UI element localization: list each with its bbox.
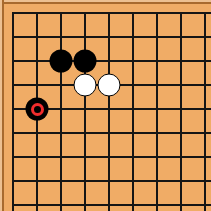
board-intersection[interactable] xyxy=(73,145,97,169)
board-intersection[interactable] xyxy=(97,169,121,193)
board-intersection[interactable] xyxy=(145,73,169,97)
board-intersection[interactable] xyxy=(1,49,25,73)
board-intersection[interactable] xyxy=(49,73,73,97)
board-intersection[interactable] xyxy=(193,73,211,97)
board-intersection[interactable] xyxy=(169,25,193,49)
board-intersection[interactable] xyxy=(193,25,211,49)
board-intersection[interactable]: ○ xyxy=(73,73,97,97)
board-intersection[interactable] xyxy=(49,145,73,169)
board-intersection[interactable] xyxy=(25,121,49,145)
board-intersection[interactable] xyxy=(97,25,121,49)
board-intersection[interactable]: ● xyxy=(73,49,97,73)
black-stone: ● xyxy=(74,50,97,73)
board-intersection[interactable] xyxy=(97,193,121,211)
board-edge-line-left xyxy=(2,0,4,211)
board-intersection[interactable]: ● xyxy=(49,49,73,73)
board-intersection[interactable] xyxy=(25,25,49,49)
board-intersection[interactable] xyxy=(1,145,25,169)
board-intersection[interactable]: ● xyxy=(25,97,49,121)
board-intersection[interactable] xyxy=(121,49,145,73)
board-intersection[interactable] xyxy=(193,193,211,211)
board-intersection[interactable] xyxy=(97,1,121,25)
board-intersection[interactable] xyxy=(121,193,145,211)
board-intersection[interactable] xyxy=(1,73,25,97)
board-intersection[interactable] xyxy=(97,145,121,169)
board-intersection[interactable] xyxy=(145,1,169,25)
white-stone: ○ xyxy=(74,74,97,97)
board-intersection[interactable] xyxy=(49,169,73,193)
board-intersection[interactable] xyxy=(121,1,145,25)
board-intersection[interactable] xyxy=(1,97,25,121)
board-intersection[interactable] xyxy=(25,49,49,73)
board-intersection[interactable]: ○ xyxy=(97,73,121,97)
board-intersection[interactable] xyxy=(73,25,97,49)
board-intersection[interactable] xyxy=(1,193,25,211)
board-intersection[interactable] xyxy=(121,121,145,145)
board-intersection[interactable] xyxy=(49,97,73,121)
board-intersection[interactable] xyxy=(73,97,97,121)
board-intersection[interactable] xyxy=(97,121,121,145)
board-intersection[interactable] xyxy=(169,169,193,193)
board-intersection[interactable] xyxy=(97,97,121,121)
board-intersection[interactable] xyxy=(145,169,169,193)
board-intersection[interactable] xyxy=(169,1,193,25)
black-stone: ● xyxy=(26,98,49,121)
board-intersection[interactable] xyxy=(145,49,169,73)
board-intersection[interactable] xyxy=(121,25,145,49)
circle-marker-icon xyxy=(31,103,44,116)
board-intersection[interactable] xyxy=(145,145,169,169)
board-intersection[interactable] xyxy=(169,73,193,97)
board-intersection[interactable] xyxy=(193,97,211,121)
board-intersection[interactable] xyxy=(1,121,25,145)
board-intersection[interactable] xyxy=(145,97,169,121)
board-intersection[interactable] xyxy=(193,121,211,145)
board-intersection[interactable] xyxy=(121,97,145,121)
board-intersection[interactable] xyxy=(49,121,73,145)
board-intersection[interactable] xyxy=(193,145,211,169)
board-intersection[interactable] xyxy=(193,1,211,25)
board-intersection[interactable] xyxy=(193,49,211,73)
board-intersection[interactable] xyxy=(121,73,145,97)
board-intersection[interactable] xyxy=(73,1,97,25)
board-intersection[interactable] xyxy=(25,73,49,97)
board-intersection[interactable] xyxy=(145,25,169,49)
board-intersection[interactable] xyxy=(169,193,193,211)
board-intersection[interactable] xyxy=(1,25,25,49)
board-intersection[interactable] xyxy=(25,193,49,211)
board-intersection[interactable] xyxy=(49,25,73,49)
board-intersection[interactable] xyxy=(25,1,49,25)
board-intersection[interactable] xyxy=(49,193,73,211)
white-stone: ○ xyxy=(98,74,121,97)
board-intersection[interactable] xyxy=(169,145,193,169)
board-intersection[interactable] xyxy=(25,169,49,193)
board-intersection[interactable] xyxy=(145,121,169,145)
go-board-grid: ●●○○● xyxy=(1,1,211,211)
board-intersection[interactable] xyxy=(121,145,145,169)
board-intersection[interactable] xyxy=(97,49,121,73)
board-intersection[interactable] xyxy=(169,97,193,121)
board-intersection[interactable] xyxy=(169,49,193,73)
board-intersection[interactable] xyxy=(1,1,25,25)
board-intersection[interactable] xyxy=(1,169,25,193)
board-intersection[interactable] xyxy=(25,145,49,169)
board-intersection[interactable] xyxy=(73,169,97,193)
black-stone: ● xyxy=(50,50,73,73)
board-intersection[interactable] xyxy=(145,193,169,211)
go-board-diagram: ●●○○● xyxy=(0,0,211,211)
board-intersection[interactable] xyxy=(169,121,193,145)
board-intersection[interactable] xyxy=(73,193,97,211)
board-intersection[interactable] xyxy=(121,169,145,193)
board-intersection[interactable] xyxy=(73,121,97,145)
board-intersection[interactable] xyxy=(49,1,73,25)
board-edge-line-top xyxy=(0,2,211,4)
board-intersection[interactable] xyxy=(193,169,211,193)
